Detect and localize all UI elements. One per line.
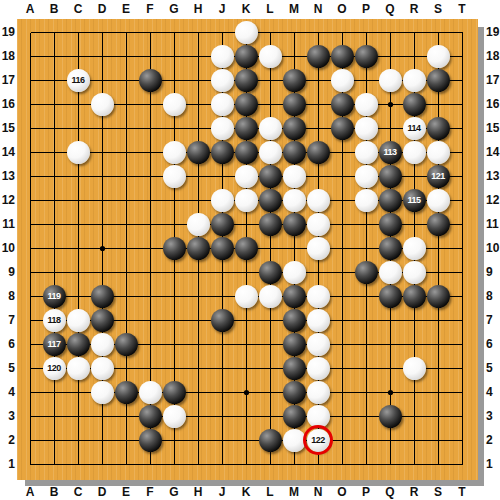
stone-white-L14[interactable] xyxy=(259,141,282,164)
stone-white-K8[interactable] xyxy=(235,285,258,308)
stone-white-G14[interactable] xyxy=(163,141,186,164)
stone-black-M6[interactable] xyxy=(283,333,306,356)
stone-white-H11[interactable] xyxy=(187,213,210,236)
stone-black-D7[interactable] xyxy=(91,309,114,332)
stone-black-E6[interactable] xyxy=(115,333,138,356)
move-number-117: 117 xyxy=(43,333,66,356)
stone-black-M4[interactable] xyxy=(283,381,306,404)
coord-label-right-17: 17 xyxy=(486,73,500,87)
stone-white-S14[interactable] xyxy=(427,141,450,164)
coord-label-left-10: 10 xyxy=(0,241,15,255)
stone-white-J16[interactable] xyxy=(211,93,234,116)
move-number-115: 115 xyxy=(403,189,426,212)
coord-label-right-15: 15 xyxy=(486,121,500,135)
coord-label-right-1: 1 xyxy=(486,457,500,471)
coord-label-right-2: 2 xyxy=(486,433,500,447)
stone-white-R5[interactable] xyxy=(403,357,426,380)
stone-white-N11[interactable] xyxy=(307,213,330,236)
stone-black-Q11[interactable] xyxy=(379,213,402,236)
stone-black-M8[interactable] xyxy=(283,285,306,308)
coord-label-right-3: 3 xyxy=(486,409,500,423)
coord-label-bottom-T: T xyxy=(453,485,471,499)
stone-white-M13[interactable] xyxy=(283,165,306,188)
stone-white-Q17[interactable] xyxy=(379,69,402,92)
coord-label-bottom-C: C xyxy=(69,485,87,499)
stone-black-K16[interactable] xyxy=(235,93,258,116)
coord-label-top-C: C xyxy=(69,2,87,16)
coord-label-top-O: O xyxy=(333,2,351,16)
coord-label-right-16: 16 xyxy=(486,97,500,111)
coord-label-left-5: 5 xyxy=(0,361,15,375)
coord-label-top-L: L xyxy=(261,2,279,16)
stone-black-K15[interactable] xyxy=(235,117,258,140)
stone-white-L15[interactable] xyxy=(259,117,282,140)
stone-white-G3[interactable] xyxy=(163,405,186,428)
stone-black-L13[interactable] xyxy=(259,165,282,188)
stone-white-R9[interactable] xyxy=(403,261,426,284)
stone-white-M12[interactable] xyxy=(283,189,306,212)
stone-black-M11[interactable] xyxy=(283,213,306,236)
move-number-116: 116 xyxy=(67,69,90,92)
stone-white-L18[interactable] xyxy=(259,45,282,68)
stone-black-H10[interactable] xyxy=(187,237,210,260)
stone-black-K18[interactable] xyxy=(235,45,258,68)
stone-white-N12[interactable] xyxy=(307,189,330,212)
stone-black-F17[interactable] xyxy=(139,69,162,92)
board[interactable]: 116114113121115119118117120122 xyxy=(17,19,478,480)
stone-white-M9[interactable] xyxy=(283,261,306,284)
coord-label-bottom-K: K xyxy=(237,485,255,499)
stone-black-N14[interactable] xyxy=(307,141,330,164)
stone-white-R17[interactable] xyxy=(403,69,426,92)
stone-black-J11[interactable] xyxy=(211,213,234,236)
coord-label-left-7: 7 xyxy=(0,313,15,327)
star-point-Q4 xyxy=(388,390,393,395)
coord-label-right-19: 19 xyxy=(486,25,500,39)
move-number-120: 120 xyxy=(43,357,66,380)
coord-label-bottom-L: L xyxy=(261,485,279,499)
coord-label-bottom-R: R xyxy=(405,485,423,499)
move-number-113: 113 xyxy=(379,141,402,164)
coord-label-bottom-P: P xyxy=(357,485,375,499)
coord-label-bottom-G: G xyxy=(165,485,183,499)
stone-black-R12[interactable]: 115 xyxy=(403,189,426,212)
coord-label-left-4: 4 xyxy=(0,385,15,399)
coord-label-top-P: P xyxy=(357,2,375,16)
stone-black-M14[interactable] xyxy=(283,141,306,164)
coord-label-bottom-O: O xyxy=(333,485,351,499)
stone-black-K17[interactable] xyxy=(235,69,258,92)
coord-label-top-K: K xyxy=(237,2,255,16)
stone-white-C14[interactable] xyxy=(67,141,90,164)
coord-label-top-E: E xyxy=(117,2,135,16)
coord-label-left-17: 17 xyxy=(0,73,15,87)
stone-black-O18[interactable] xyxy=(331,45,354,68)
stone-white-G16[interactable] xyxy=(163,93,186,116)
stone-black-K14[interactable] xyxy=(235,141,258,164)
stone-white-P16[interactable] xyxy=(355,93,378,116)
stone-black-O15[interactable] xyxy=(331,117,354,140)
stone-white-N2[interactable]: 122 xyxy=(307,429,330,452)
stone-white-J15[interactable] xyxy=(211,117,234,140)
coord-label-left-15: 15 xyxy=(0,121,15,135)
coord-label-right-5: 5 xyxy=(486,361,500,375)
stone-black-S17[interactable] xyxy=(427,69,450,92)
stone-black-L11[interactable] xyxy=(259,213,282,236)
stone-white-N7[interactable] xyxy=(307,309,330,332)
stone-black-M16[interactable] xyxy=(283,93,306,116)
coord-label-top-T: T xyxy=(453,2,471,16)
stone-black-Q12[interactable] xyxy=(379,189,402,212)
coord-label-left-3: 3 xyxy=(0,409,15,423)
coord-label-right-4: 4 xyxy=(486,385,500,399)
stone-black-L2[interactable] xyxy=(259,429,282,452)
stone-black-D8[interactable] xyxy=(91,285,114,308)
stone-white-L8[interactable] xyxy=(259,285,282,308)
coord-label-top-H: H xyxy=(189,2,207,16)
coord-label-bottom-S: S xyxy=(429,485,447,499)
move-number-118: 118 xyxy=(43,309,66,332)
coord-label-top-M: M xyxy=(285,2,303,16)
stone-white-D16[interactable] xyxy=(91,93,114,116)
coord-label-right-14: 14 xyxy=(486,145,500,159)
go-board-app: 116114113121115119118117120122 AABBCCDDE… xyxy=(0,0,500,500)
coord-label-bottom-B: B xyxy=(45,485,63,499)
star-point-D10 xyxy=(100,246,105,251)
stone-white-B7[interactable]: 118 xyxy=(43,309,66,332)
stone-black-S8[interactable] xyxy=(427,285,450,308)
stone-black-Q8[interactable] xyxy=(379,285,402,308)
stone-white-N6[interactable] xyxy=(307,333,330,356)
coord-label-right-10: 10 xyxy=(486,241,500,255)
stone-black-R16[interactable] xyxy=(403,93,426,116)
stone-black-R8[interactable] xyxy=(403,285,426,308)
stone-black-M15[interactable] xyxy=(283,117,306,140)
stone-white-M2[interactable] xyxy=(283,429,306,452)
coord-label-top-J: J xyxy=(213,2,231,16)
coord-label-bottom-D: D xyxy=(93,485,111,499)
stone-white-D4[interactable] xyxy=(91,381,114,404)
coord-label-left-8: 8 xyxy=(0,289,15,303)
coord-label-right-13: 13 xyxy=(486,169,500,183)
stone-black-M17[interactable] xyxy=(283,69,306,92)
coord-label-right-7: 7 xyxy=(486,313,500,327)
coord-label-bottom-M: M xyxy=(285,485,303,499)
coord-label-right-6: 6 xyxy=(486,337,500,351)
coord-label-bottom-F: F xyxy=(141,485,159,499)
stone-black-M3[interactable] xyxy=(283,405,306,428)
coord-label-left-13: 13 xyxy=(0,169,15,183)
stone-white-J12[interactable] xyxy=(211,189,234,212)
stone-black-P9[interactable] xyxy=(355,261,378,284)
stone-black-L12[interactable] xyxy=(259,189,282,212)
coord-label-right-12: 12 xyxy=(486,193,500,207)
stone-white-C7[interactable] xyxy=(67,309,90,332)
stone-white-S18[interactable] xyxy=(427,45,450,68)
stone-black-N18[interactable] xyxy=(307,45,330,68)
coord-label-right-8: 8 xyxy=(486,289,500,303)
stone-black-Q13[interactable] xyxy=(379,165,402,188)
stone-black-J10[interactable] xyxy=(211,237,234,260)
coord-label-left-14: 14 xyxy=(0,145,15,159)
stone-white-S12[interactable] xyxy=(427,189,450,212)
stone-white-K12[interactable] xyxy=(235,189,258,212)
stone-white-P15[interactable] xyxy=(355,117,378,140)
stone-black-E4[interactable] xyxy=(115,381,138,404)
move-number-121: 121 xyxy=(427,165,450,188)
stone-black-Q3[interactable] xyxy=(379,405,402,428)
stone-black-S13[interactable]: 121 xyxy=(427,165,450,188)
coord-label-top-D: D xyxy=(93,2,111,16)
stone-white-C17[interactable]: 116 xyxy=(67,69,90,92)
coord-label-left-11: 11 xyxy=(0,217,15,231)
stone-black-G4[interactable] xyxy=(163,381,186,404)
stone-white-D6[interactable] xyxy=(91,333,114,356)
stone-white-N3[interactable] xyxy=(307,405,330,428)
coord-label-bottom-N: N xyxy=(309,485,327,499)
coord-label-top-Q: Q xyxy=(381,2,399,16)
coord-label-left-9: 9 xyxy=(0,265,15,279)
stone-black-H14[interactable] xyxy=(187,141,210,164)
stone-white-N5[interactable] xyxy=(307,357,330,380)
stone-white-R10[interactable] xyxy=(403,237,426,260)
coord-label-bottom-J: J xyxy=(213,485,231,499)
stone-black-L9[interactable] xyxy=(259,261,282,284)
stone-white-R15[interactable]: 114 xyxy=(403,117,426,140)
stone-black-C6[interactable] xyxy=(67,333,90,356)
stone-white-J18[interactable] xyxy=(211,45,234,68)
stone-white-B5[interactable]: 120 xyxy=(43,357,66,380)
star-point-K4 xyxy=(244,390,249,395)
stone-white-P13[interactable] xyxy=(355,165,378,188)
coord-label-right-9: 9 xyxy=(486,265,500,279)
coord-label-top-N: N xyxy=(309,2,327,16)
stone-white-G13[interactable] xyxy=(163,165,186,188)
coord-label-top-A: A xyxy=(21,2,39,16)
stone-black-G10[interactable] xyxy=(163,237,186,260)
coord-label-left-1: 1 xyxy=(0,457,15,471)
coord-label-top-F: F xyxy=(141,2,159,16)
stone-white-C5[interactable] xyxy=(67,357,90,380)
coord-label-bottom-E: E xyxy=(117,485,135,499)
stone-white-K13[interactable] xyxy=(235,165,258,188)
stone-white-D5[interactable] xyxy=(91,357,114,380)
stone-white-P12[interactable] xyxy=(355,189,378,212)
stone-black-P18[interactable] xyxy=(355,45,378,68)
stone-black-J14[interactable] xyxy=(211,141,234,164)
coord-label-top-G: G xyxy=(165,2,183,16)
move-number-119: 119 xyxy=(43,285,66,308)
stone-white-K19[interactable] xyxy=(235,21,258,44)
stone-white-O17[interactable] xyxy=(331,69,354,92)
stone-white-N4[interactable] xyxy=(307,381,330,404)
coord-label-left-6: 6 xyxy=(0,337,15,351)
stone-white-N10[interactable] xyxy=(307,237,330,260)
coord-label-left-12: 12 xyxy=(0,193,15,207)
coord-label-left-19: 19 xyxy=(0,25,15,39)
coord-label-left-16: 16 xyxy=(0,97,15,111)
coord-label-left-18: 18 xyxy=(0,49,15,63)
stone-black-O16[interactable] xyxy=(331,93,354,116)
stone-black-K10[interactable] xyxy=(235,237,258,260)
star-point-Q16 xyxy=(388,102,393,107)
coord-label-bottom-A: A xyxy=(21,485,39,499)
coord-label-left-2: 2 xyxy=(0,433,15,447)
coord-label-right-18: 18 xyxy=(486,49,500,63)
coord-label-top-R: R xyxy=(405,2,423,16)
coord-label-bottom-H: H xyxy=(189,485,207,499)
stone-black-J7[interactable] xyxy=(211,309,234,332)
stone-black-M7[interactable] xyxy=(283,309,306,332)
stone-white-P14[interactable] xyxy=(355,141,378,164)
stone-white-F4[interactable] xyxy=(139,381,162,404)
coord-label-bottom-Q: Q xyxy=(381,485,399,499)
stone-white-J17[interactable] xyxy=(211,69,234,92)
coord-label-top-S: S xyxy=(429,2,447,16)
stone-black-F3[interactable] xyxy=(139,405,162,428)
stone-black-S15[interactable] xyxy=(427,117,450,140)
stone-white-R14[interactable] xyxy=(403,141,426,164)
stone-black-Q10[interactable] xyxy=(379,237,402,260)
stone-white-Q9[interactable] xyxy=(379,261,402,284)
coord-label-right-11: 11 xyxy=(486,217,500,231)
stone-white-N8[interactable] xyxy=(307,285,330,308)
stone-black-S11[interactable] xyxy=(427,213,450,236)
stone-black-B8[interactable]: 119 xyxy=(43,285,66,308)
coord-label-top-B: B xyxy=(45,2,63,16)
move-number-114: 114 xyxy=(403,117,426,140)
move-number-122: 122 xyxy=(307,429,330,452)
stone-black-Q14[interactable]: 113 xyxy=(379,141,402,164)
stone-black-M5[interactable] xyxy=(283,357,306,380)
stone-black-B6[interactable]: 117 xyxy=(43,333,66,356)
stone-black-F2[interactable] xyxy=(139,429,162,452)
